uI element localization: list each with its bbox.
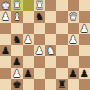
square-a7[interactable]: ♟ [0,11,11,22]
square-g8[interactable] [68,0,79,11]
square-e6[interactable] [45,23,56,34]
square-a3[interactable] [0,56,11,67]
square-d4[interactable]: ♟ [34,45,45,56]
square-e2[interactable] [45,68,56,79]
square-h8[interactable] [79,0,90,11]
square-h3[interactable] [79,56,90,67]
square-d7[interactable]: ♞ [34,11,45,22]
square-g4[interactable] [68,45,79,56]
square-h7[interactable] [79,11,90,22]
square-c6[interactable] [23,23,34,34]
square-f1[interactable]: ♜ [56,79,67,90]
square-d1[interactable] [34,79,45,90]
white-bishop-icon: ♝ [12,11,21,22]
square-b4[interactable] [11,45,22,56]
square-c2[interactable]: ♟ [23,68,34,79]
black-king-icon: ♚ [12,79,21,90]
square-e1[interactable] [45,79,56,90]
black-knight-icon: ♞ [35,11,44,22]
square-a5[interactable] [0,34,11,45]
square-e5[interactable] [45,34,56,45]
square-h6[interactable]: ♟ [79,23,90,34]
black-pawn-icon: ♟ [80,68,89,79]
square-g7[interactable]: ♛ [68,11,79,22]
white-pawn-icon: ♟ [35,45,44,56]
white-pawn-icon: ♟ [69,34,78,45]
white-pawn-icon: ♟ [12,68,21,79]
square-h1[interactable] [79,79,90,90]
square-b2[interactable]: ♟ [11,68,22,79]
black-pawn-icon: ♟ [1,45,10,56]
black-pawn-icon: ♟ [12,56,21,67]
square-g3[interactable] [68,56,79,67]
square-f7[interactable] [56,11,67,22]
square-f5[interactable] [56,34,67,45]
square-c5[interactable]: ♟ [23,34,34,45]
square-a1[interactable] [0,79,11,90]
square-f3[interactable] [56,56,67,67]
white-pawn-icon: ♟ [80,23,89,34]
square-c4[interactable] [23,45,34,56]
square-b1[interactable]: ♚ [11,79,22,90]
square-f6[interactable] [56,23,67,34]
square-f8[interactable] [56,0,67,11]
black-knight-icon: ♞ [12,34,21,45]
square-b7[interactable]: ♝ [11,11,22,22]
white-queen-icon: ♛ [69,11,78,22]
square-g1[interactable] [68,79,79,90]
square-c8[interactable] [23,0,34,11]
square-c3[interactable] [23,56,34,67]
square-g6[interactable] [68,23,79,34]
square-f2[interactable] [56,68,67,79]
square-h5[interactable] [79,34,90,45]
square-d3[interactable] [34,56,45,67]
white-pawn-icon: ♟ [1,11,10,22]
square-d5[interactable] [34,34,45,45]
square-c7[interactable] [23,11,34,22]
square-f4[interactable] [56,45,67,56]
square-d2[interactable] [34,68,45,79]
chess-board: ♚♜♜♟♝♞♛♟♞♟♟♟♟♞♟♟♟♟♟♚♜ [0,0,90,90]
square-g2[interactable]: ♟ [68,68,79,79]
square-a8[interactable]: ♚ [0,0,11,11]
square-h2[interactable]: ♟ [79,68,90,79]
square-b6[interactable] [11,23,22,34]
white-rook-icon: ♜ [35,0,44,11]
square-b3[interactable]: ♟ [11,56,22,67]
square-a2[interactable] [0,68,11,79]
square-e7[interactable] [45,11,56,22]
square-a4[interactable]: ♟ [0,45,11,56]
black-rook-icon: ♜ [57,79,66,90]
square-d6[interactable] [34,23,45,34]
black-pawn-icon: ♟ [24,68,33,79]
square-e3[interactable] [45,56,56,67]
white-rook-icon: ♜ [12,0,21,11]
square-a6[interactable] [0,23,11,34]
square-c1[interactable] [23,79,34,90]
square-e8[interactable] [45,0,56,11]
white-king-icon: ♚ [1,0,10,11]
square-g5[interactable]: ♟ [68,34,79,45]
white-knight-icon: ♞ [46,45,55,56]
square-d8[interactable]: ♜ [34,0,45,11]
black-pawn-icon: ♟ [69,68,78,79]
square-h4[interactable] [79,45,90,56]
square-b5[interactable]: ♞ [11,34,22,45]
white-pawn-icon: ♟ [24,34,33,45]
square-e4[interactable]: ♞ [45,45,56,56]
square-b8[interactable]: ♜ [11,0,22,11]
